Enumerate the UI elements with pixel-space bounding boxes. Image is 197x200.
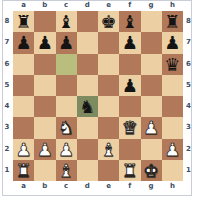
- piece-white-king[interactable]: ♚: [143, 160, 159, 181]
- square-c3[interactable]: ♞: [56, 117, 77, 138]
- square-g6[interactable]: [141, 54, 162, 75]
- square-e7[interactable]: [98, 32, 119, 53]
- square-h8[interactable]: ♜: [162, 11, 183, 32]
- piece-black-pawn[interactable]: ♟: [37, 32, 53, 53]
- square-d8[interactable]: [77, 11, 98, 32]
- piece-white-pawn[interactable]: ♟: [37, 139, 53, 160]
- square-g8[interactable]: [141, 11, 162, 32]
- square-d1[interactable]: [77, 160, 98, 181]
- square-f3[interactable]: ♛: [119, 117, 140, 138]
- square-h3[interactable]: [162, 117, 183, 138]
- square-a7[interactable]: ♟: [13, 32, 34, 53]
- square-b5[interactable]: [34, 75, 55, 96]
- square-e4[interactable]: [98, 96, 119, 117]
- square-g4[interactable]: [141, 96, 162, 117]
- square-c7[interactable]: ♟: [56, 32, 77, 53]
- piece-white-bishop[interactable]: ♝: [58, 160, 74, 181]
- square-c4[interactable]: [56, 96, 77, 117]
- square-d7[interactable]: [77, 32, 98, 53]
- piece-black-bishop[interactable]: ♝: [58, 11, 74, 32]
- square-g3[interactable]: ♟: [141, 117, 162, 138]
- square-d3[interactable]: [77, 117, 98, 138]
- square-e3[interactable]: [98, 117, 119, 138]
- piece-black-pawn[interactable]: ♟: [164, 32, 180, 53]
- square-c8[interactable]: ♝: [56, 11, 77, 32]
- square-d4[interactable]: ♞: [77, 96, 98, 117]
- piece-black-rook[interactable]: ♜: [16, 11, 32, 32]
- piece-white-rook[interactable]: ♜: [16, 160, 32, 181]
- piece-white-pawn[interactable]: ♟: [16, 139, 32, 160]
- piece-white-pawn[interactable]: ♟: [58, 139, 74, 160]
- piece-white-knight[interactable]: ♞: [58, 117, 74, 138]
- square-e8[interactable]: ♚: [98, 11, 119, 32]
- piece-black-rook[interactable]: ♜: [164, 11, 180, 32]
- square-c6[interactable]: [56, 54, 77, 75]
- square-e6[interactable]: [98, 54, 119, 75]
- piece-black-king[interactable]: ♚: [101, 11, 117, 32]
- square-f8[interactable]: ♝: [119, 11, 140, 32]
- piece-white-queen[interactable]: ♛: [122, 117, 138, 138]
- square-b1[interactable]: [34, 160, 55, 181]
- square-g5[interactable]: [141, 75, 162, 96]
- square-g2[interactable]: [141, 139, 162, 160]
- chess-board: ♜♝♚♝♜♟♟♟♟♟♛♟♞♞♛♟♟♟♟♝♟♜♝♜♚: [13, 11, 183, 181]
- square-h1[interactable]: [162, 160, 183, 181]
- square-f1[interactable]: ♜: [119, 160, 140, 181]
- square-b7[interactable]: ♟: [34, 32, 55, 53]
- square-f7[interactable]: ♟: [119, 32, 140, 53]
- square-h6[interactable]: ♛: [162, 54, 183, 75]
- square-e1[interactable]: [98, 160, 119, 181]
- piece-black-bishop[interactable]: ♝: [122, 11, 138, 32]
- square-d6[interactable]: [77, 54, 98, 75]
- square-e2[interactable]: ♝: [98, 139, 119, 160]
- piece-white-rook[interactable]: ♜: [122, 160, 138, 181]
- square-c1[interactable]: ♝: [56, 160, 77, 181]
- square-d5[interactable]: [77, 75, 98, 96]
- square-f6[interactable]: [119, 54, 140, 75]
- square-g1[interactable]: ♚: [141, 160, 162, 181]
- square-a5[interactable]: [13, 75, 34, 96]
- piece-white-pawn[interactable]: ♟: [143, 117, 159, 138]
- square-f4[interactable]: [119, 96, 140, 117]
- square-f2[interactable]: [119, 139, 140, 160]
- piece-black-knight[interactable]: ♞: [79, 96, 95, 117]
- square-a4[interactable]: [13, 96, 34, 117]
- square-c2[interactable]: ♟: [56, 139, 77, 160]
- piece-black-pawn[interactable]: ♟: [16, 32, 32, 53]
- square-a6[interactable]: [13, 54, 34, 75]
- square-b2[interactable]: ♟: [34, 139, 55, 160]
- square-e5[interactable]: [98, 75, 119, 96]
- square-a1[interactable]: ♜: [13, 160, 34, 181]
- piece-black-pawn[interactable]: ♟: [122, 75, 138, 96]
- square-h2[interactable]: ♟: [162, 139, 183, 160]
- square-h5[interactable]: [162, 75, 183, 96]
- square-h7[interactable]: ♟: [162, 32, 183, 53]
- piece-white-pawn[interactable]: ♟: [164, 139, 180, 160]
- square-g7[interactable]: [141, 32, 162, 53]
- piece-black-pawn[interactable]: ♟: [58, 32, 74, 53]
- square-b3[interactable]: [34, 117, 55, 138]
- square-d2[interactable]: [77, 139, 98, 160]
- square-a8[interactable]: ♜: [13, 11, 34, 32]
- piece-black-queen[interactable]: ♛: [164, 54, 180, 75]
- square-a3[interactable]: [13, 117, 34, 138]
- square-f5[interactable]: ♟: [119, 75, 140, 96]
- square-c5[interactable]: [56, 75, 77, 96]
- square-b4[interactable]: [34, 96, 55, 117]
- square-b8[interactable]: [34, 11, 55, 32]
- square-b6[interactable]: [34, 54, 55, 75]
- square-a2[interactable]: ♟: [13, 139, 34, 160]
- square-h4[interactable]: [162, 96, 183, 117]
- piece-white-bishop[interactable]: ♝: [101, 139, 117, 160]
- piece-black-pawn[interactable]: ♟: [122, 32, 138, 53]
